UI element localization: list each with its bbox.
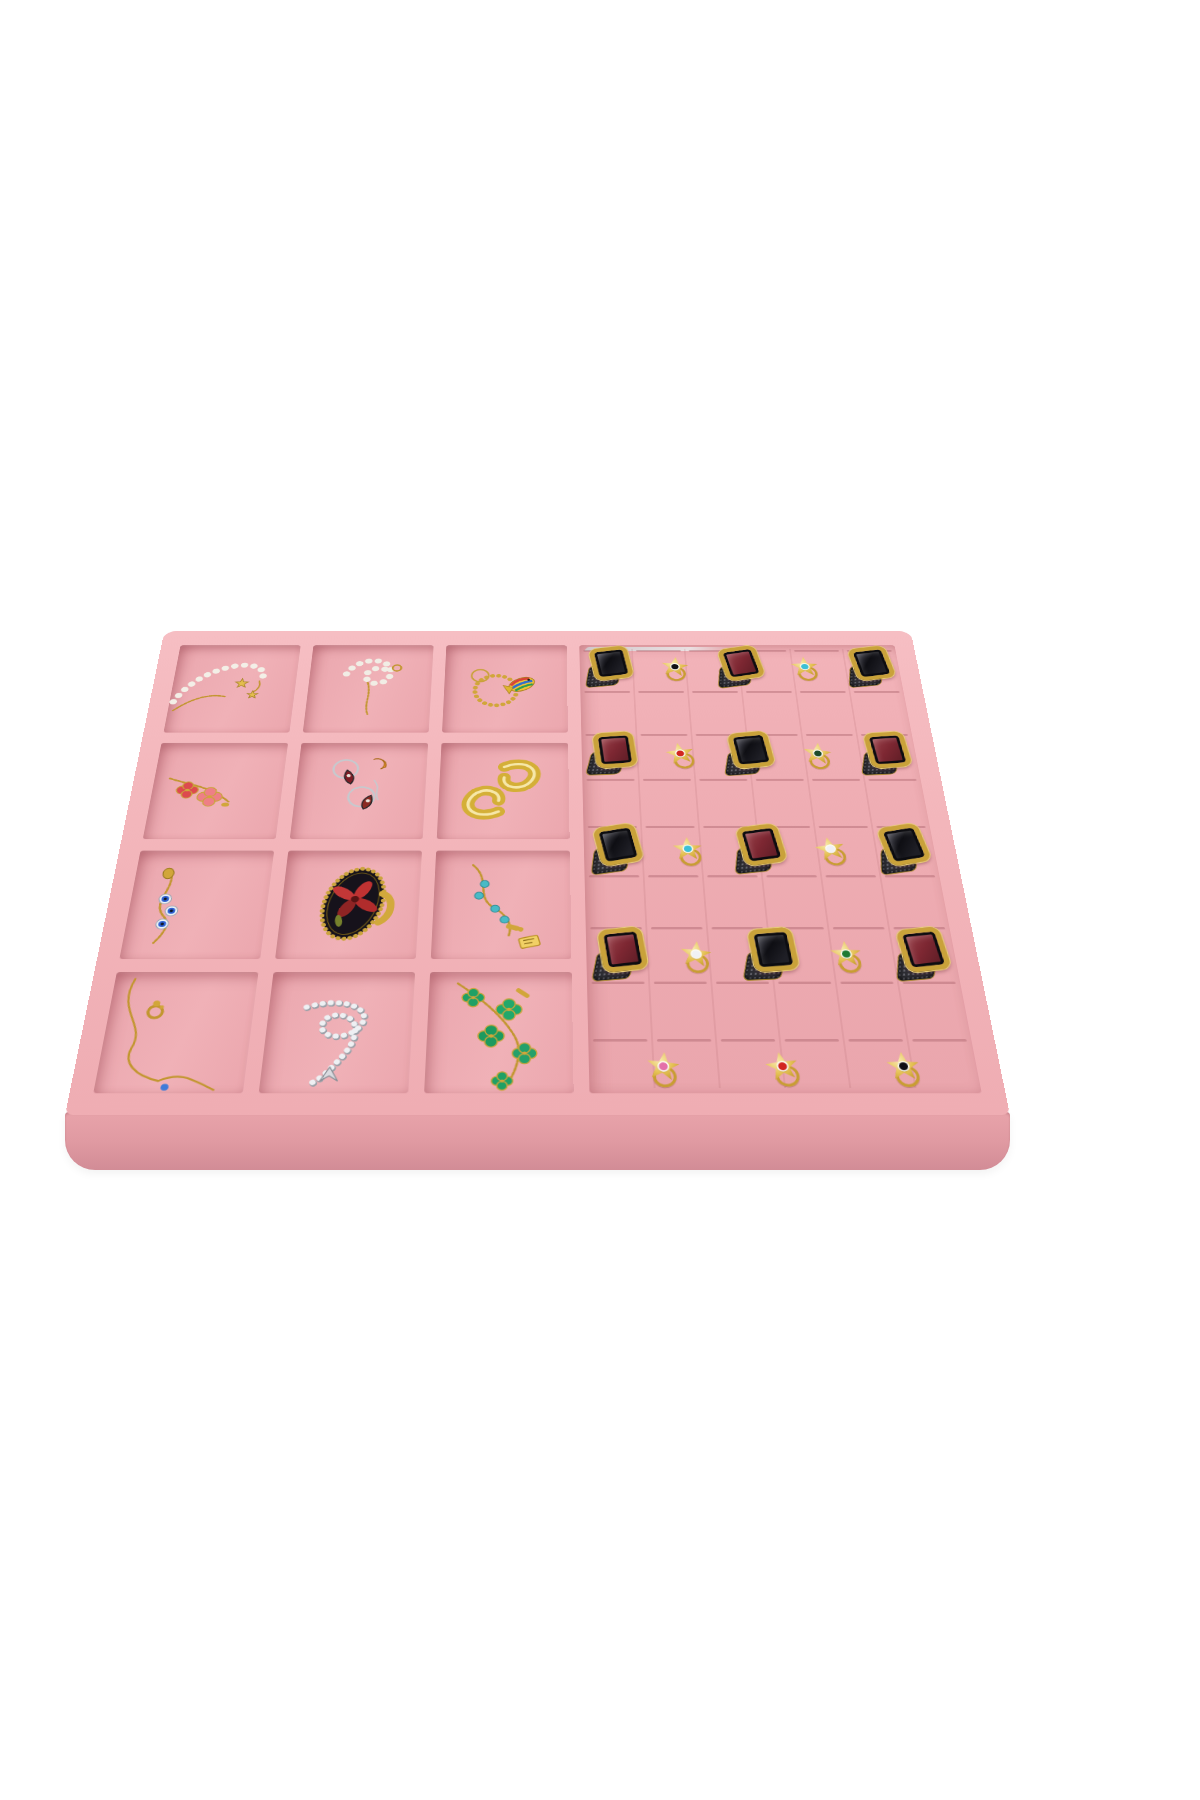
compartment-r4c3: [424, 972, 574, 1094]
ring-r5-c1-star-pink: [644, 1050, 681, 1091]
ring-slot-slit: [716, 982, 769, 985]
malachite-clover-bracelet: [424, 972, 574, 1094]
ring-r5-c3-star-black: [884, 1052, 923, 1089]
ring-slot-slit: [912, 1039, 967, 1042]
ring-r4-c5-signet-maroon: [886, 926, 957, 984]
ring-slot-slit: [641, 734, 688, 736]
ring-r2-c4-star-darkgreen: [802, 741, 832, 771]
ring-r4-c3-signet-black: [738, 927, 804, 983]
ring-r1-c3-signet-maroon: [709, 645, 770, 690]
signet-stone: [597, 926, 649, 973]
ring-slot-slit: [651, 927, 703, 929]
compartment-r1c3: [442, 645, 568, 732]
ring-r2-c5-signet-maroon: [854, 731, 916, 777]
ring-slot-slit: [643, 779, 691, 781]
compartment-r3c1: [119, 851, 274, 959]
silver-hoop-drop-earrings: [290, 742, 428, 839]
compartment-r3c3: [431, 851, 572, 959]
compartment-r2c1: [143, 742, 288, 839]
ring-slot-slit: [868, 779, 916, 781]
star-stone: [800, 664, 808, 669]
ring-slot-slit: [636, 650, 681, 652]
compartment-r1c2: [303, 645, 434, 732]
ring-slot-slit: [854, 691, 900, 693]
silver-box-chain: [259, 972, 415, 1094]
compartment-r4c1: [93, 972, 258, 1094]
ring-slot-slit: [848, 1039, 903, 1042]
ring-slot-slit: [657, 1039, 711, 1042]
ring-slot-divider: [684, 649, 721, 1088]
photo-canvas: [0, 0, 1200, 1800]
ring-slot-slit: [692, 691, 738, 693]
ring-slot-slit: [826, 875, 877, 877]
ring-slot-slit: [785, 1039, 840, 1042]
ring-slot-slit: [766, 875, 816, 877]
red-clover-bracelet: [143, 742, 288, 839]
ring-pad: [579, 645, 981, 1093]
ring-r4-c1-signet-maroon: [588, 926, 653, 984]
ring-r4-c2-star-white: [678, 939, 713, 976]
ring-slot-slit: [584, 691, 630, 693]
compartment-r3c2: [275, 851, 422, 959]
tray-front-edge: [65, 1112, 1010, 1170]
ring-r3-c1-signet-black: [584, 822, 649, 876]
gold-chain-necklace: [93, 972, 258, 1094]
pearl-necklace: [303, 645, 434, 732]
turquoise-bead-chain: [431, 851, 572, 959]
ring-slot-slit: [645, 826, 694, 828]
ring-slot-slit: [593, 1039, 647, 1042]
compartment-r4c2: [259, 972, 415, 1094]
ring-r3-c2-star-turquoise: [672, 837, 704, 867]
ring-slot-slit: [794, 650, 839, 652]
ring-r5-c2-star-red: [762, 1050, 804, 1091]
evil-eye-gold-chain: [119, 851, 274, 959]
ring-slot-slit: [746, 691, 792, 693]
ring-slot-slit: [638, 691, 684, 693]
pearl-bracelet-star-charms: [164, 645, 301, 732]
ring-slot-slit: [833, 927, 885, 929]
ring-slot-slit: [756, 779, 804, 781]
ring-r1-c5-signet-black: [839, 645, 901, 689]
gold-hoop-rainbow-fish: [442, 645, 568, 732]
ring-slot-slit: [812, 779, 860, 781]
gold-wave-earrings: [437, 742, 570, 839]
signet-stone: [588, 645, 634, 681]
ring-slot-slit: [806, 734, 853, 736]
ring-slot-slit: [840, 982, 893, 985]
ring-slot-slit: [587, 779, 635, 781]
ring-slot-slit: [721, 1039, 775, 1042]
compartment-r2c3: [437, 742, 570, 839]
signet-stone: [727, 731, 776, 769]
ring-slot-slit: [800, 691, 846, 693]
signet-stone: [592, 731, 637, 768]
compartment-r1c1: [164, 645, 301, 732]
ring-r2-c1-signet-maroon: [584, 731, 641, 777]
compartment-r2c2: [290, 742, 428, 839]
ring-r4-c4-star-green: [828, 941, 864, 974]
signet-stone: [747, 927, 800, 973]
jewelry-tray: [65, 631, 1010, 1115]
signet-stone: [592, 823, 644, 867]
ring-slot-slit: [707, 875, 757, 877]
ring-r1-c2-star-black: [659, 656, 689, 684]
ring-r3-c3-signet-maroon: [726, 823, 792, 876]
ring-slot-slit: [699, 779, 747, 781]
ring-r2-c3-signet-black: [718, 730, 779, 777]
compartment-grid: [93, 645, 573, 1093]
star-stone: [671, 664, 679, 670]
star-stone: [683, 846, 691, 852]
oval-flower-ring: [275, 851, 422, 959]
ring-slot-slit: [819, 826, 868, 828]
ring-r1-c1-signet-black: [580, 645, 637, 689]
ring-slot-slit: [648, 875, 698, 877]
ring-slot-slit: [778, 982, 831, 985]
ring-slot-slit: [654, 982, 707, 985]
ring-r1-c4-star-turquoise: [789, 657, 820, 682]
